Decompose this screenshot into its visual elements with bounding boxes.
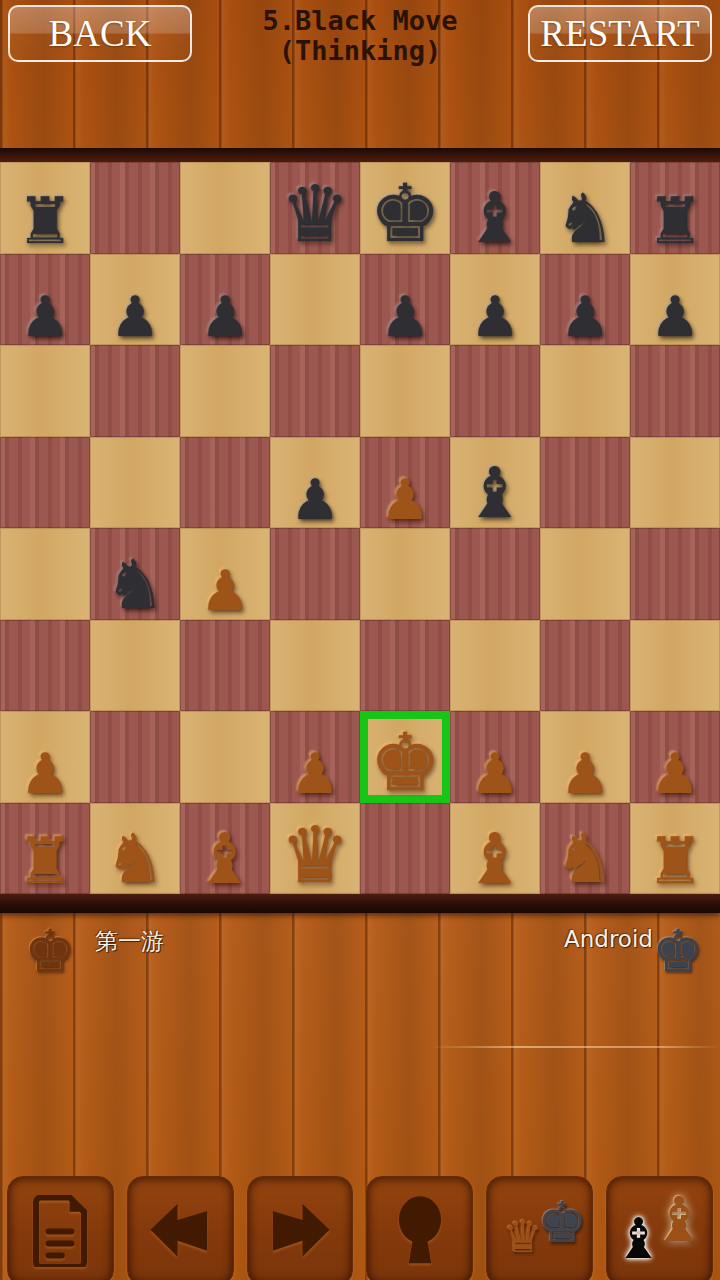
square-h3[interactable]: [630, 620, 720, 712]
square-d3[interactable]: [270, 620, 360, 712]
black-pawn: ♟: [560, 290, 610, 343]
square-g7[interactable]: ♟: [540, 254, 630, 346]
white-knight: ♞: [555, 827, 616, 892]
white-pawn: ♟: [290, 747, 340, 800]
restart-button[interactable]: RESTART: [528, 5, 712, 62]
board-frame-top: [0, 148, 720, 162]
white-rook: ♜: [646, 831, 703, 892]
square-g3[interactable]: [540, 620, 630, 712]
square-d1[interactable]: ♛: [270, 803, 360, 895]
square-f4[interactable]: [450, 528, 540, 620]
square-f5[interactable]: ♝: [450, 437, 540, 529]
square-e7[interactable]: ♟: [360, 254, 450, 346]
black-rook: ♜: [646, 191, 703, 252]
square-d6[interactable]: [270, 345, 360, 437]
square-f6[interactable]: [450, 345, 540, 437]
square-e8[interactable]: ♚: [360, 162, 450, 254]
square-c8[interactable]: [180, 162, 270, 254]
square-f8[interactable]: ♝: [450, 162, 540, 254]
black-knight: ♞: [105, 553, 166, 618]
white-pawn: ♟: [20, 747, 70, 800]
square-d5[interactable]: ♟: [270, 437, 360, 529]
white-bishop: ♝: [194, 826, 257, 893]
square-h8[interactable]: ♜: [630, 162, 720, 254]
square-c7[interactable]: ♟: [180, 254, 270, 346]
square-a6[interactable]: [0, 345, 90, 437]
white-king: ♚: [369, 725, 441, 801]
black-pawn: ♟: [290, 473, 340, 526]
black-queen: ♛: [280, 177, 350, 251]
square-a2[interactable]: ♟: [0, 711, 90, 803]
dark-king-glyph: ♚: [537, 1195, 587, 1251]
square-e3[interactable]: [360, 620, 450, 712]
chess-board: ♜♛♚♝♞♜♟♟♟♟♟♟♟♟♟♝♞♟♟♟♚♟♟♟♜♞♝♛♝♞♜: [0, 162, 720, 894]
white-bishop: ♝: [464, 826, 527, 893]
square-h4[interactable]: [630, 528, 720, 620]
bottom-toolbar: ♛ ♚ ♝ ♝: [0, 1176, 720, 1280]
square-e1[interactable]: [360, 803, 450, 895]
square-c2[interactable]: [180, 711, 270, 803]
chess-pieces-icon: ♛ ♚: [487, 1177, 592, 1280]
bishop-glow-icon: ♝ ♝: [607, 1177, 712, 1280]
redo-move-button[interactable]: [247, 1176, 354, 1280]
square-a7[interactable]: ♟: [0, 254, 90, 346]
piece-style-button[interactable]: ♝ ♝: [606, 1176, 713, 1280]
black-pawn: ♟: [380, 290, 430, 343]
square-h2[interactable]: ♟: [630, 711, 720, 803]
hint-button[interactable]: [366, 1176, 473, 1280]
black-king-icon: ♚: [652, 922, 704, 980]
square-g2[interactable]: ♟: [540, 711, 630, 803]
square-h7[interactable]: ♟: [630, 254, 720, 346]
black-rook: ♜: [16, 191, 73, 252]
square-g8[interactable]: ♞: [540, 162, 630, 254]
floor-seam: [430, 1046, 720, 1048]
square-c5[interactable]: [180, 437, 270, 529]
black-bishop: ♝: [464, 460, 527, 527]
black-knight: ♞: [555, 187, 616, 252]
square-c3[interactable]: [180, 620, 270, 712]
moves-list-button[interactable]: [7, 1176, 114, 1280]
arrow-left-icon: [148, 1201, 212, 1261]
square-b3[interactable]: [90, 620, 180, 712]
square-f7[interactable]: ♟: [450, 254, 540, 346]
board-frame-bottom: [0, 894, 720, 913]
square-a1[interactable]: ♜: [0, 803, 90, 895]
black-bishop: ♝: [464, 185, 527, 252]
square-a3[interactable]: [0, 620, 90, 712]
square-b8[interactable]: [90, 162, 180, 254]
square-d7[interactable]: [270, 254, 360, 346]
white-queen: ♛: [280, 818, 350, 892]
square-b4[interactable]: ♞: [90, 528, 180, 620]
square-c6[interactable]: [180, 345, 270, 437]
black-pawn: ♟: [20, 290, 70, 343]
square-c4[interactable]: ♟: [180, 528, 270, 620]
square-a8[interactable]: ♜: [0, 162, 90, 254]
white-pawn: ♟: [560, 747, 610, 800]
square-b5[interactable]: [90, 437, 180, 529]
black-pawn: ♟: [470, 290, 520, 343]
square-b7[interactable]: ♟: [90, 254, 180, 346]
square-h1[interactable]: ♜: [630, 803, 720, 895]
players-setup-button[interactable]: ♛ ♚: [486, 1176, 593, 1280]
arrow-right-icon: [268, 1201, 332, 1261]
black-pawn: ♟: [200, 290, 250, 343]
white-pawn: ♟: [470, 747, 520, 800]
black-king: ♚: [369, 176, 441, 252]
square-e4[interactable]: [360, 528, 450, 620]
square-b1[interactable]: ♞: [90, 803, 180, 895]
black-bishop-badge: ♝: [613, 1211, 663, 1267]
square-h6[interactable]: [630, 345, 720, 437]
square-e2[interactable]: ♚: [360, 711, 450, 803]
square-e5[interactable]: ♟: [360, 437, 450, 529]
square-b2[interactable]: [90, 711, 180, 803]
square-d4[interactable]: [270, 528, 360, 620]
undo-move-button[interactable]: [127, 1176, 234, 1280]
white-player-name: 第一游: [95, 926, 164, 957]
black-pawn: ♟: [650, 290, 700, 343]
square-a5[interactable]: [0, 437, 90, 529]
bulb-icon: [392, 1195, 448, 1267]
square-g4[interactable]: [540, 528, 630, 620]
square-g1[interactable]: ♞: [540, 803, 630, 895]
square-f3[interactable]: [450, 620, 540, 712]
black-player-name: Android: [564, 926, 653, 952]
white-pawn: ♟: [200, 564, 250, 617]
white-king-icon: ♚: [24, 922, 76, 980]
square-d8[interactable]: ♛: [270, 162, 360, 254]
square-h5[interactable]: [630, 437, 720, 529]
white-pawn: ♟: [380, 473, 430, 526]
square-f1[interactable]: ♝: [450, 803, 540, 895]
square-g5[interactable]: [540, 437, 630, 529]
square-f2[interactable]: ♟: [450, 711, 540, 803]
document-icon: [31, 1195, 89, 1267]
square-b6[interactable]: [90, 345, 180, 437]
white-rook: ♜: [16, 831, 73, 892]
square-c1[interactable]: ♝: [180, 803, 270, 895]
square-a4[interactable]: [0, 528, 90, 620]
black-pawn: ♟: [110, 290, 160, 343]
square-e6[interactable]: [360, 345, 450, 437]
white-pawn: ♟: [650, 747, 700, 800]
square-d2[interactable]: ♟: [270, 711, 360, 803]
white-knight: ♞: [105, 827, 166, 892]
square-g6[interactable]: [540, 345, 630, 437]
